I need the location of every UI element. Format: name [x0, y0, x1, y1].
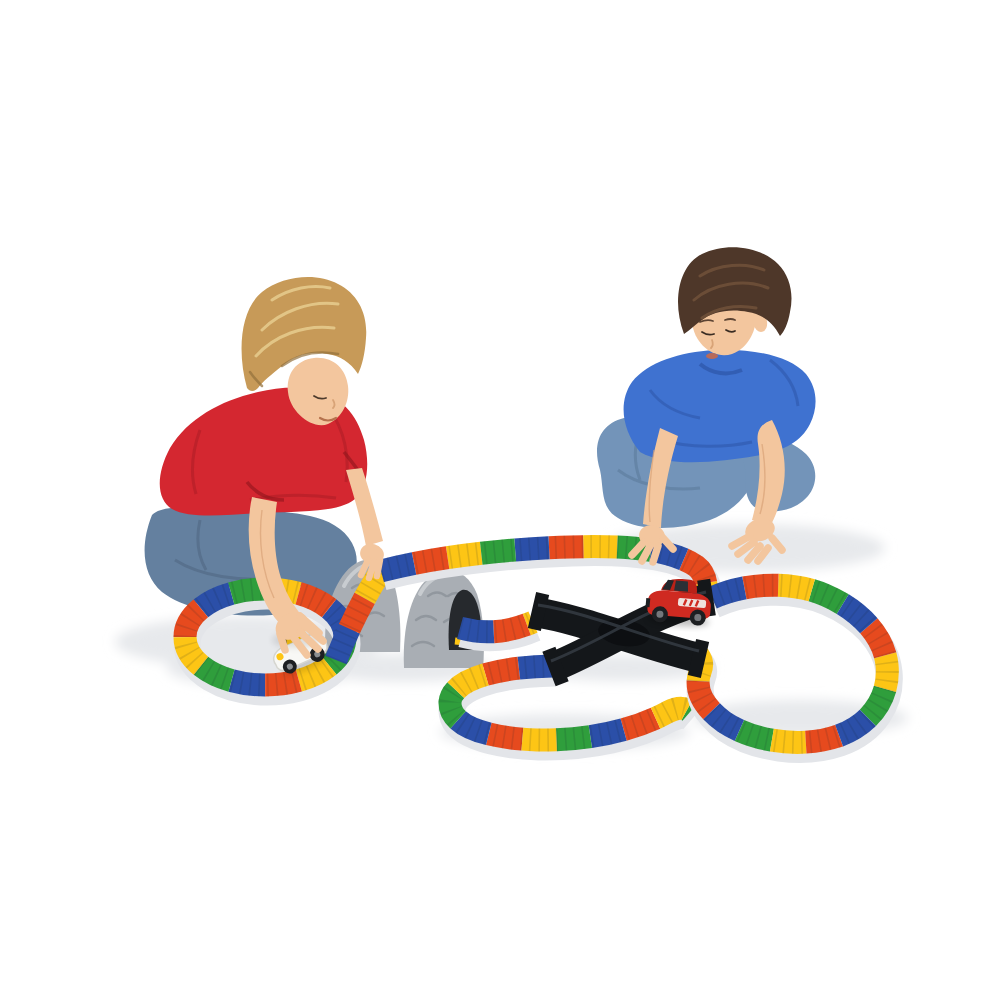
- red-truck-side-window: [674, 580, 689, 591]
- right-child: [597, 247, 816, 561]
- photo-stage: [0, 0, 1000, 1000]
- scene-illustration: [0, 0, 1000, 1000]
- red-truck-grill: [646, 598, 651, 607]
- left-child-thumb: [280, 634, 285, 650]
- right-child-head: [678, 247, 792, 359]
- right-child-mouth: [706, 353, 718, 359]
- left-child-fingers-rock: [361, 560, 380, 578]
- left-child-forearm-rock: [346, 468, 383, 546]
- tunnel-exit-track: [460, 622, 535, 638]
